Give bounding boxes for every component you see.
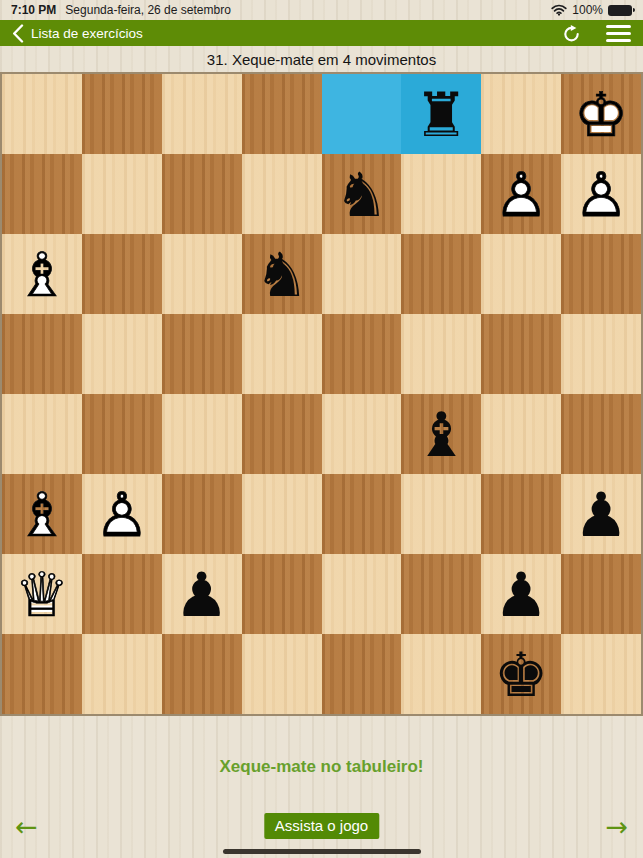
square-e3[interactable] <box>322 474 402 554</box>
square-g2[interactable]: ♟︎ <box>481 554 561 634</box>
square-b4[interactable] <box>82 394 162 474</box>
square-h8[interactable]: ♚♔ <box>561 74 641 154</box>
square-g7[interactable]: ♟︎♙ <box>481 154 561 234</box>
square-e7[interactable]: ♞ <box>322 154 402 234</box>
black-king: ♚ <box>481 634 561 714</box>
square-c6[interactable] <box>162 234 242 314</box>
square-b1[interactable] <box>82 634 162 714</box>
nav-bar: Lista de exercícios <box>0 20 643 46</box>
square-c7[interactable] <box>162 154 242 234</box>
square-d8[interactable] <box>242 74 322 154</box>
square-b2[interactable] <box>82 554 162 634</box>
black-knight: ♞ <box>322 154 402 234</box>
square-d5[interactable] <box>242 314 322 394</box>
refresh-icon[interactable] <box>561 23 582 44</box>
square-h4[interactable] <box>561 394 641 474</box>
square-a8[interactable] <box>2 74 82 154</box>
square-b7[interactable] <box>82 154 162 234</box>
square-f6[interactable] <box>401 234 481 314</box>
white-pawn: ♟︎♙ <box>561 154 641 234</box>
square-a5[interactable] <box>2 314 82 394</box>
next-exercise-arrow[interactable]: → <box>605 813 628 840</box>
square-a7[interactable] <box>2 154 82 234</box>
menu-icon[interactable] <box>606 25 631 42</box>
chess-board: ♜♚♔♞♟︎♙♟︎♙♝♗♞♝♝♗♟︎♙♟︎♛♕♟︎♟︎♚ <box>0 72 643 716</box>
square-a2[interactable]: ♛♕ <box>2 554 82 634</box>
square-b6[interactable] <box>82 234 162 314</box>
square-d3[interactable] <box>242 474 322 554</box>
square-a4[interactable] <box>2 394 82 474</box>
back-button[interactable]: Lista de exercícios <box>12 24 143 43</box>
square-f8[interactable]: ♜ <box>401 74 481 154</box>
square-d6[interactable]: ♞ <box>242 234 322 314</box>
square-g3[interactable] <box>481 474 561 554</box>
square-a1[interactable] <box>2 634 82 714</box>
wifi-icon <box>551 4 567 16</box>
square-f7[interactable] <box>401 154 481 234</box>
black-knight: ♞ <box>242 234 322 314</box>
black-pawn: ♟︎ <box>561 474 641 554</box>
square-d2[interactable] <box>242 554 322 634</box>
square-a3[interactable]: ♝♗ <box>2 474 82 554</box>
status-bar: 7:10 PM Segunda-feira, 26 de setembro 10… <box>0 0 643 20</box>
square-e8[interactable] <box>322 74 402 154</box>
battery-percent: 100% <box>572 3 603 17</box>
square-h2[interactable] <box>561 554 641 634</box>
square-c4[interactable] <box>162 394 242 474</box>
square-c2[interactable]: ♟︎ <box>162 554 242 634</box>
square-c3[interactable] <box>162 474 242 554</box>
white-bishop: ♝♗ <box>2 234 82 314</box>
watch-game-button[interactable]: Assista o jogo <box>264 813 379 839</box>
square-g6[interactable] <box>481 234 561 314</box>
white-queen: ♛♕ <box>2 554 82 634</box>
status-date: Segunda-feira, 26 de setembro <box>65 3 230 17</box>
square-b5[interactable] <box>82 314 162 394</box>
white-pawn: ♟︎♙ <box>481 154 561 234</box>
square-h7[interactable]: ♟︎♙ <box>561 154 641 234</box>
battery-icon <box>608 5 632 16</box>
square-b8[interactable] <box>82 74 162 154</box>
square-h6[interactable] <box>561 234 641 314</box>
puzzle-title: 31. Xeque-mate em 4 movimentos <box>0 51 643 68</box>
square-g5[interactable] <box>481 314 561 394</box>
square-d1[interactable] <box>242 634 322 714</box>
square-d7[interactable] <box>242 154 322 234</box>
square-a6[interactable]: ♝♗ <box>2 234 82 314</box>
white-bishop: ♝♗ <box>2 474 82 554</box>
square-f2[interactable] <box>401 554 481 634</box>
chevron-left-icon <box>12 24 24 43</box>
square-c5[interactable] <box>162 314 242 394</box>
result-message: Xeque-mate no tabuleiro! <box>0 757 643 777</box>
home-indicator[interactable] <box>223 849 421 854</box>
square-g8[interactable] <box>481 74 561 154</box>
square-h5[interactable] <box>561 314 641 394</box>
square-h3[interactable]: ♟︎ <box>561 474 641 554</box>
square-f5[interactable] <box>401 314 481 394</box>
square-g4[interactable] <box>481 394 561 474</box>
square-f4[interactable]: ♝ <box>401 394 481 474</box>
white-pawn: ♟︎♙ <box>82 474 162 554</box>
square-e6[interactable] <box>322 234 402 314</box>
black-pawn: ♟︎ <box>481 554 561 634</box>
black-pawn: ♟︎ <box>162 554 242 634</box>
back-button-label: Lista de exercícios <box>31 26 143 41</box>
square-g1[interactable]: ♚ <box>481 634 561 714</box>
previous-exercise-arrow[interactable]: ← <box>15 813 38 840</box>
square-d4[interactable] <box>242 394 322 474</box>
square-c8[interactable] <box>162 74 242 154</box>
square-f3[interactable] <box>401 474 481 554</box>
square-c1[interactable] <box>162 634 242 714</box>
square-h1[interactable] <box>561 634 641 714</box>
square-b3[interactable]: ♟︎♙ <box>82 474 162 554</box>
black-rook: ♜ <box>401 74 481 154</box>
square-e4[interactable] <box>322 394 402 474</box>
clock-time: 7:10 PM <box>11 3 56 17</box>
square-e2[interactable] <box>322 554 402 634</box>
square-f1[interactable] <box>401 634 481 714</box>
black-bishop: ♝ <box>401 394 481 474</box>
square-e5[interactable] <box>322 314 402 394</box>
white-king: ♚♔ <box>561 74 641 154</box>
square-e1[interactable] <box>322 634 402 714</box>
